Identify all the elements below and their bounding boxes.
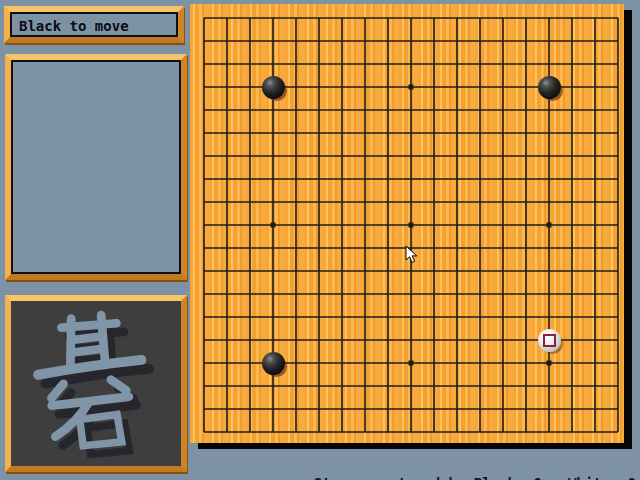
capture-status-bar: Stones captured by Black:0White:0 xyxy=(280,459,636,480)
message-panel xyxy=(5,54,187,280)
captures-white-label: White: xyxy=(568,475,619,480)
star-point xyxy=(409,85,414,90)
go-logo xyxy=(11,301,181,466)
star-point xyxy=(547,223,552,228)
stone-black-D4[interactable] xyxy=(262,352,285,375)
star-point xyxy=(271,223,276,228)
turn-indicator: Black to move xyxy=(10,12,178,37)
star-point xyxy=(547,361,552,366)
stone-black-D16[interactable] xyxy=(262,76,285,99)
star-point xyxy=(409,361,414,366)
turn-indicator-panel: Black to move xyxy=(4,6,184,43)
captures-white-count: 0 xyxy=(627,475,635,480)
last-move-marker-icon xyxy=(543,334,556,347)
star-point xyxy=(409,223,414,228)
stone-black-Q16[interactable] xyxy=(538,76,561,99)
message-area xyxy=(11,60,181,274)
app-window: Black to move xyxy=(0,0,640,480)
stone-white-Q5[interactable] xyxy=(538,329,561,352)
mouse-cursor xyxy=(405,245,419,264)
captures-black-label: Stones captured by Black: xyxy=(314,475,525,480)
turn-indicator-text: Black to move xyxy=(12,14,176,34)
captures-black-count: 0 xyxy=(533,475,541,480)
go-kanji-icon xyxy=(21,308,171,460)
go-board[interactable] xyxy=(190,4,624,443)
board-grid xyxy=(190,4,624,443)
logo-panel xyxy=(5,295,187,472)
